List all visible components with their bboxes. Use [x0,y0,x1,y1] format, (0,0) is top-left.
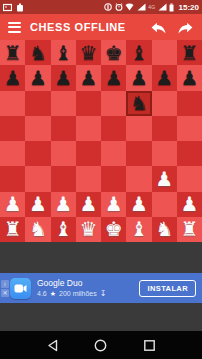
video-camera-icon [14,284,27,293]
square-e8[interactable]: ♚ [101,40,126,65]
black-pawn: ♟ [4,68,22,88]
white-pawn: ♟ [180,194,198,214]
black-rook: ♜ [4,43,22,63]
battery-icon [169,3,174,12]
square-f8[interactable]: ♝ [126,40,151,65]
square-f7[interactable]: ♟ [126,65,151,90]
ad-close-icon[interactable]: ✕ [1,289,9,297]
square-g8[interactable] [152,40,177,65]
clock: 15:20 [179,3,199,12]
app-bar: CHESS OFFLINE [0,14,202,40]
square-d4[interactable] [76,141,101,166]
photo-notification-icon [3,3,12,12]
square-a7[interactable]: ♟ [0,65,25,90]
data-saver-icon [104,3,112,11]
star-icon: ★ [50,290,56,298]
square-c3[interactable] [51,166,76,191]
black-rook: ♜ [180,43,198,63]
square-d1[interactable]: ♛ [76,217,101,242]
adchoices-icon[interactable]: i [1,280,9,288]
app-notification-icon [16,3,24,12]
square-b7[interactable]: ♟ [25,65,50,90]
white-bishop: ♝ [130,219,148,239]
google-duo-app-icon[interactable] [10,278,31,299]
white-bishop: ♝ [54,219,72,239]
square-h3[interactable] [177,166,202,191]
square-e2[interactable]: ♟ [101,192,126,217]
status-notification-icons [3,3,24,12]
menu-icon[interactable] [8,22,21,33]
square-b6[interactable] [25,91,50,116]
black-pawn: ♟ [180,68,198,88]
square-a4[interactable] [0,141,25,166]
square-c4[interactable] [51,141,76,166]
square-e5[interactable] [101,116,126,141]
square-c7[interactable]: ♟ [51,65,76,90]
white-pawn: ♟ [79,194,97,214]
white-pawn: ♟ [105,194,123,214]
square-d8[interactable]: ♛ [76,40,101,65]
square-g2[interactable] [152,192,177,217]
white-knight: ♞ [155,219,173,239]
square-f5[interactable] [126,116,151,141]
square-d6[interactable] [76,91,101,116]
square-c6[interactable] [51,91,76,116]
black-king: ♚ [105,43,123,63]
square-e4[interactable] [101,141,126,166]
ad-rating: 4.6 [37,290,47,297]
black-knight: ♞ [29,43,47,63]
square-f3[interactable] [126,166,151,191]
square-c1[interactable]: ♝ [51,217,76,242]
black-pawn: ♟ [29,68,47,88]
redo-icon[interactable] [177,21,194,34]
black-pawn: ♟ [79,68,97,88]
square-f4[interactable] [126,141,151,166]
square-a5[interactable] [0,116,25,141]
ad-banner[interactable]: i ✕ Google Duo 4.6 ★ 200 milhões ↧ INSTA… [0,273,202,303]
alarm-icon [115,3,123,11]
square-g3[interactable]: ♟ [152,166,177,191]
square-e7[interactable]: ♟ [101,65,126,90]
square-d7[interactable]: ♟ [76,65,101,90]
square-h1[interactable]: ♜ [177,217,202,242]
square-a2[interactable]: ♟ [0,192,25,217]
home-icon[interactable] [94,339,107,352]
recents-icon[interactable] [143,339,156,352]
android-nav-bar [0,331,202,359]
square-b2[interactable]: ♟ [25,192,50,217]
white-pawn: ♟ [29,194,47,214]
square-b3[interactable] [25,166,50,191]
black-queen: ♛ [79,43,97,63]
square-b5[interactable] [25,116,50,141]
square-e3[interactable] [101,166,126,191]
square-f6[interactable]: ♞ [126,91,151,116]
square-d2[interactable]: ♟ [76,192,101,217]
app-background-lower [0,303,202,331]
square-f2[interactable]: ♟ [126,192,151,217]
phone-screen: 4G 15:20 CHESS OFFLINE ♜♞♝♛♚♝♜♟♟♟♟♟♟♟♟♞♟… [0,0,202,359]
square-g5[interactable] [152,116,177,141]
white-knight: ♞ [29,219,47,239]
black-pawn: ♟ [105,68,123,88]
square-a1[interactable]: ♜ [0,217,25,242]
status-system-icons: 4G 15:20 [104,3,199,12]
square-c5[interactable] [51,116,76,141]
white-pawn: ♟ [54,194,72,214]
white-pawn: ♟ [130,194,148,214]
install-button[interactable]: INSTALAR [139,280,196,297]
square-h2[interactable]: ♟ [177,192,202,217]
wifi-icon [125,3,134,11]
app-background [0,242,202,273]
square-a3[interactable] [0,166,25,191]
square-f1[interactable]: ♝ [126,217,151,242]
square-h8[interactable]: ♜ [177,40,202,65]
ad-installs: 200 milhões [59,290,97,297]
black-pawn: ♟ [130,68,148,88]
undo-icon[interactable] [150,21,167,34]
square-b8[interactable]: ♞ [25,40,50,65]
black-pawn: ♟ [155,68,173,88]
white-king: ♚ [105,219,123,239]
square-g6[interactable] [152,91,177,116]
signal-icon [137,3,146,11]
app-title: CHESS OFFLINE [30,21,126,33]
square-h7[interactable]: ♟ [177,65,202,90]
square-g7[interactable]: ♟ [152,65,177,90]
back-icon[interactable] [46,339,59,352]
black-bishop: ♝ [54,43,72,63]
white-rook: ♜ [180,219,198,239]
ad-app-name: Google Duo [37,278,106,288]
network-type-label: 4G [148,4,155,10]
square-g1[interactable]: ♞ [152,217,177,242]
download-icon: ↧ [100,289,107,298]
square-a6[interactable] [0,91,25,116]
status-bar: 4G 15:20 [0,0,202,14]
signal-icon-2 [158,3,167,11]
square-a8[interactable]: ♜ [0,40,25,65]
white-pawn: ♟ [4,194,22,214]
square-h6[interactable] [177,91,202,116]
black-pawn: ♟ [54,68,72,88]
black-knight: ♞ [130,93,148,113]
square-e1[interactable]: ♚ [101,217,126,242]
white-pawn: ♟ [155,169,173,189]
square-c8[interactable]: ♝ [51,40,76,65]
white-rook: ♜ [4,219,22,239]
white-queen: ♛ [79,219,97,239]
square-g4[interactable] [152,141,177,166]
square-c2[interactable]: ♟ [51,192,76,217]
square-d5[interactable] [76,116,101,141]
square-h5[interactable] [177,116,202,141]
square-e6[interactable] [101,91,126,116]
square-h4[interactable] [177,141,202,166]
square-b4[interactable] [25,141,50,166]
black-bishop: ♝ [130,43,148,63]
square-b1[interactable]: ♞ [25,217,50,242]
square-d3[interactable] [76,166,101,191]
chess-board: ♜♞♝♛♚♝♜♟♟♟♟♟♟♟♟♞♟♟♟♟♟♟♟♟♜♞♝♛♚♝♞♜ [0,40,202,242]
